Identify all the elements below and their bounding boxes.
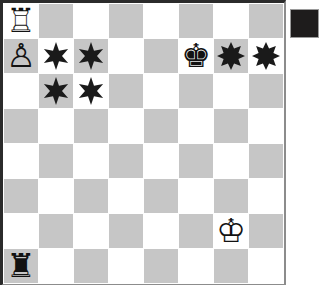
square-g2[interactable]: ♔	[214, 214, 248, 248]
square-d2[interactable]	[109, 214, 143, 248]
square-b7[interactable]	[39, 39, 73, 73]
square-c2[interactable]	[74, 214, 108, 248]
square-b5[interactable]	[39, 109, 73, 143]
six-pointed-star-icon	[76, 76, 106, 106]
square-h1[interactable]	[249, 249, 283, 283]
six-pointed-star-icon	[41, 76, 71, 106]
chess-board: ♖♙♚♔♜	[0, 0, 286, 285]
square-e7[interactable]	[144, 39, 178, 73]
six-pointed-star-icon	[76, 41, 106, 71]
square-c7[interactable]	[74, 39, 108, 73]
square-d8[interactable]	[109, 4, 143, 38]
square-e5[interactable]	[144, 109, 178, 143]
square-f3[interactable]	[179, 179, 213, 213]
square-b1[interactable]	[39, 249, 73, 283]
square-c3[interactable]	[74, 179, 108, 213]
square-g4[interactable]	[214, 144, 248, 178]
square-a4[interactable]	[4, 144, 38, 178]
square-g3[interactable]	[214, 179, 248, 213]
square-b3[interactable]	[39, 179, 73, 213]
chess-diagram: ♖♙♚♔♜	[0, 0, 324, 285]
square-a8[interactable]: ♖	[4, 4, 38, 38]
white-pawn-piece: ♙	[6, 39, 36, 72]
square-d1[interactable]	[109, 249, 143, 283]
square-a1[interactable]: ♜	[4, 249, 38, 283]
square-g7[interactable]	[214, 39, 248, 73]
square-f5[interactable]	[179, 109, 213, 143]
white-rook-piece: ♖	[6, 4, 36, 37]
square-b4[interactable]	[39, 144, 73, 178]
square-e2[interactable]	[144, 214, 178, 248]
black-king-piece: ♚	[181, 39, 211, 72]
square-b8[interactable]	[39, 4, 73, 38]
square-d3[interactable]	[109, 179, 143, 213]
square-c1[interactable]	[74, 249, 108, 283]
square-h7[interactable]	[249, 39, 283, 73]
square-h4[interactable]	[249, 144, 283, 178]
square-a3[interactable]	[4, 179, 38, 213]
square-h8[interactable]	[249, 4, 283, 38]
square-g5[interactable]	[214, 109, 248, 143]
square-f1[interactable]	[179, 249, 213, 283]
square-a7[interactable]: ♙	[4, 39, 38, 73]
square-b6[interactable]	[39, 74, 73, 108]
square-d4[interactable]	[109, 144, 143, 178]
square-a6[interactable]	[4, 74, 38, 108]
square-f6[interactable]	[179, 74, 213, 108]
eight-pointed-star-icon	[251, 41, 281, 71]
square-f2[interactable]	[179, 214, 213, 248]
side-to-move-indicator	[290, 9, 319, 38]
square-c8[interactable]	[74, 4, 108, 38]
square-c6[interactable]	[74, 74, 108, 108]
square-a2[interactable]	[4, 214, 38, 248]
square-h6[interactable]	[249, 74, 283, 108]
square-g8[interactable]	[214, 4, 248, 38]
white-king-piece: ♔	[216, 214, 246, 247]
square-b2[interactable]	[39, 214, 73, 248]
square-h2[interactable]	[249, 214, 283, 248]
eight-pointed-star-icon	[216, 41, 246, 71]
square-e3[interactable]	[144, 179, 178, 213]
square-g6[interactable]	[214, 74, 248, 108]
square-d5[interactable]	[109, 109, 143, 143]
square-h3[interactable]	[249, 179, 283, 213]
square-f8[interactable]	[179, 4, 213, 38]
square-e8[interactable]	[144, 4, 178, 38]
square-f7[interactable]: ♚	[179, 39, 213, 73]
square-e4[interactable]	[144, 144, 178, 178]
square-a5[interactable]	[4, 109, 38, 143]
square-e6[interactable]	[144, 74, 178, 108]
square-e1[interactable]	[144, 249, 178, 283]
square-c5[interactable]	[74, 109, 108, 143]
square-g1[interactable]	[214, 249, 248, 283]
square-d6[interactable]	[109, 74, 143, 108]
square-d7[interactable]	[109, 39, 143, 73]
black-rook-piece: ♜	[6, 249, 36, 282]
square-f4[interactable]	[179, 144, 213, 178]
square-h5[interactable]	[249, 109, 283, 143]
square-c4[interactable]	[74, 144, 108, 178]
six-pointed-star-icon	[41, 41, 71, 71]
